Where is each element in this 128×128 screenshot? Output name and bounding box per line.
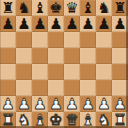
- square-g6[interactable]: [96, 32, 112, 48]
- square-h5[interactable]: [112, 48, 128, 64]
- square-a6[interactable]: [0, 32, 16, 48]
- black-bishop[interactable]: ♝: [81, 0, 94, 16]
- square-h4[interactable]: [112, 64, 128, 80]
- square-e1[interactable]: ♛: [64, 112, 80, 128]
- black-rook[interactable]: ♜: [1, 0, 14, 16]
- white-knight[interactable]: ♞: [97, 112, 110, 128]
- white-pawn[interactable]: ♟: [17, 96, 30, 112]
- white-pawn[interactable]: ♟: [81, 96, 94, 112]
- black-pawn[interactable]: ♟: [97, 16, 110, 32]
- white-queen[interactable]: ♛: [65, 112, 78, 128]
- square-a8[interactable]: ♜: [0, 0, 16, 16]
- black-bishop[interactable]: ♝: [33, 0, 46, 16]
- square-b8[interactable]: ♞: [16, 0, 32, 16]
- square-b7[interactable]: ♟: [16, 16, 32, 32]
- square-d2[interactable]: ♟: [48, 96, 64, 112]
- square-b2[interactable]: ♟: [16, 96, 32, 112]
- white-pawn[interactable]: ♟: [49, 96, 62, 112]
- white-rook[interactable]: ♜: [113, 112, 126, 128]
- square-d7[interactable]: ♟: [48, 16, 64, 32]
- square-a7[interactable]: ♟: [0, 16, 16, 32]
- square-f3[interactable]: [80, 80, 96, 96]
- white-pawn[interactable]: ♟: [113, 96, 126, 112]
- square-g1[interactable]: ♞: [96, 112, 112, 128]
- square-d3[interactable]: [48, 80, 64, 96]
- chess-board: ♜♞♝♚♛♝♞♜♟♟♟♟♟♟♟♟♟♟♟♟♟♟♟♟♜♞♝♚♛♝♞♜: [0, 0, 128, 128]
- square-h7[interactable]: ♟: [112, 16, 128, 32]
- black-pawn[interactable]: ♟: [17, 16, 30, 32]
- square-f6[interactable]: [80, 32, 96, 48]
- square-f1[interactable]: ♝: [80, 112, 96, 128]
- square-f4[interactable]: [80, 64, 96, 80]
- square-f2[interactable]: ♟: [80, 96, 96, 112]
- white-pawn[interactable]: ♟: [1, 96, 14, 112]
- square-b6[interactable]: [16, 32, 32, 48]
- square-d4[interactable]: [48, 64, 64, 80]
- square-c3[interactable]: [32, 80, 48, 96]
- white-bishop[interactable]: ♝: [81, 112, 94, 128]
- square-c1[interactable]: ♝: [32, 112, 48, 128]
- black-pawn[interactable]: ♟: [65, 16, 78, 32]
- black-pawn[interactable]: ♟: [81, 16, 94, 32]
- square-e5[interactable]: [64, 48, 80, 64]
- square-h8[interactable]: ♜: [112, 0, 128, 16]
- black-pawn[interactable]: ♟: [49, 16, 62, 32]
- square-e8[interactable]: ♛: [64, 0, 80, 16]
- square-g5[interactable]: [96, 48, 112, 64]
- square-c4[interactable]: [32, 64, 48, 80]
- square-a1[interactable]: ♜: [0, 112, 16, 128]
- black-knight[interactable]: ♞: [97, 0, 110, 16]
- white-pawn[interactable]: ♟: [65, 96, 78, 112]
- square-d1[interactable]: ♚: [48, 112, 64, 128]
- black-pawn[interactable]: ♟: [113, 16, 126, 32]
- square-e3[interactable]: [64, 80, 80, 96]
- square-f7[interactable]: ♟: [80, 16, 96, 32]
- black-knight[interactable]: ♞: [17, 0, 30, 16]
- square-g2[interactable]: ♟: [96, 96, 112, 112]
- square-d8[interactable]: ♚: [48, 0, 64, 16]
- square-h6[interactable]: [112, 32, 128, 48]
- square-a4[interactable]: [0, 64, 16, 80]
- square-g7[interactable]: ♟: [96, 16, 112, 32]
- black-pawn[interactable]: ♟: [33, 16, 46, 32]
- square-h1[interactable]: ♜: [112, 112, 128, 128]
- square-e6[interactable]: [64, 32, 80, 48]
- square-a2[interactable]: ♟: [0, 96, 16, 112]
- square-h2[interactable]: ♟: [112, 96, 128, 112]
- square-g8[interactable]: ♞: [96, 0, 112, 16]
- square-b4[interactable]: [16, 64, 32, 80]
- square-a5[interactable]: [0, 48, 16, 64]
- black-king[interactable]: ♚: [49, 0, 62, 16]
- square-g3[interactable]: [96, 80, 112, 96]
- square-c5[interactable]: [32, 48, 48, 64]
- square-c7[interactable]: ♟: [32, 16, 48, 32]
- square-e4[interactable]: [64, 64, 80, 80]
- black-rook[interactable]: ♜: [113, 0, 126, 16]
- square-b1[interactable]: ♞: [16, 112, 32, 128]
- square-g4[interactable]: [96, 64, 112, 80]
- square-c2[interactable]: ♟: [32, 96, 48, 112]
- square-f5[interactable]: [80, 48, 96, 64]
- square-a3[interactable]: [0, 80, 16, 96]
- square-e7[interactable]: ♟: [64, 16, 80, 32]
- black-pawn[interactable]: ♟: [1, 16, 14, 32]
- square-e2[interactable]: ♟: [64, 96, 80, 112]
- square-c8[interactable]: ♝: [32, 0, 48, 16]
- square-b5[interactable]: [16, 48, 32, 64]
- square-b3[interactable]: [16, 80, 32, 96]
- square-h3[interactable]: [112, 80, 128, 96]
- black-queen[interactable]: ♛: [65, 0, 78, 16]
- square-d6[interactable]: [48, 32, 64, 48]
- white-bishop[interactable]: ♝: [33, 112, 46, 128]
- square-d5[interactable]: [48, 48, 64, 64]
- white-king[interactable]: ♚: [49, 112, 62, 128]
- square-f8[interactable]: ♝: [80, 0, 96, 16]
- white-pawn[interactable]: ♟: [33, 96, 46, 112]
- white-knight[interactable]: ♞: [17, 112, 30, 128]
- white-pawn[interactable]: ♟: [97, 96, 110, 112]
- square-c6[interactable]: [32, 32, 48, 48]
- white-rook[interactable]: ♜: [1, 112, 14, 128]
